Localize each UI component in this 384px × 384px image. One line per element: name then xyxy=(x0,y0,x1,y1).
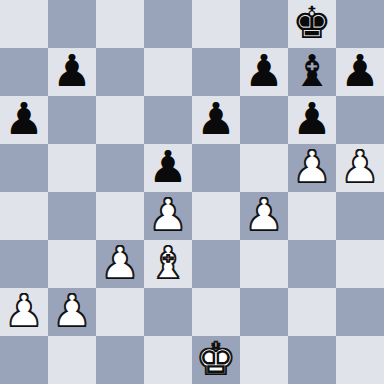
piece-white-pawn[interactable]: ♟ xyxy=(340,143,379,191)
square-c7[interactable] xyxy=(96,48,144,96)
square-e6[interactable]: ♟ xyxy=(192,96,240,144)
square-g4[interactable] xyxy=(288,192,336,240)
square-d5[interactable]: ♟ xyxy=(144,144,192,192)
square-e3[interactable] xyxy=(192,240,240,288)
piece-white-pawn[interactable]: ♟ xyxy=(100,239,139,287)
square-b3[interactable] xyxy=(48,240,96,288)
square-e4[interactable] xyxy=(192,192,240,240)
square-a3[interactable] xyxy=(0,240,48,288)
square-b2[interactable]: ♟ xyxy=(48,288,96,336)
square-d3[interactable]: ♝ xyxy=(144,240,192,288)
square-h4[interactable] xyxy=(336,192,384,240)
piece-black-pawn[interactable]: ♟ xyxy=(340,47,379,95)
square-h5[interactable]: ♟ xyxy=(336,144,384,192)
square-f4[interactable]: ♟ xyxy=(240,192,288,240)
piece-white-pawn[interactable]: ♟ xyxy=(292,143,331,191)
square-g6[interactable]: ♟ xyxy=(288,96,336,144)
square-f2[interactable] xyxy=(240,288,288,336)
square-e7[interactable] xyxy=(192,48,240,96)
square-e8[interactable] xyxy=(192,0,240,48)
square-a1[interactable] xyxy=(0,336,48,384)
square-c1[interactable] xyxy=(96,336,144,384)
piece-white-pawn[interactable]: ♟ xyxy=(4,287,43,335)
square-c2[interactable] xyxy=(96,288,144,336)
square-f5[interactable] xyxy=(240,144,288,192)
square-g8[interactable]: ♚ xyxy=(288,0,336,48)
square-b6[interactable] xyxy=(48,96,96,144)
square-h8[interactable] xyxy=(336,0,384,48)
square-d7[interactable] xyxy=(144,48,192,96)
square-g5[interactable]: ♟ xyxy=(288,144,336,192)
piece-black-pawn[interactable]: ♟ xyxy=(4,95,43,143)
piece-black-pawn[interactable]: ♟ xyxy=(52,47,91,95)
square-f8[interactable] xyxy=(240,0,288,48)
piece-white-pawn[interactable]: ♟ xyxy=(244,191,283,239)
square-h1[interactable] xyxy=(336,336,384,384)
square-a4[interactable] xyxy=(0,192,48,240)
piece-black-pawn[interactable]: ♟ xyxy=(292,95,331,143)
square-d2[interactable] xyxy=(144,288,192,336)
square-h6[interactable] xyxy=(336,96,384,144)
piece-white-pawn[interactable]: ♟ xyxy=(52,287,91,335)
square-f7[interactable]: ♟ xyxy=(240,48,288,96)
piece-black-pawn[interactable]: ♟ xyxy=(244,47,283,95)
square-b4[interactable] xyxy=(48,192,96,240)
square-d1[interactable] xyxy=(144,336,192,384)
square-h7[interactable]: ♟ xyxy=(336,48,384,96)
square-b8[interactable] xyxy=(48,0,96,48)
square-h2[interactable] xyxy=(336,288,384,336)
piece-white-pawn[interactable]: ♟ xyxy=(148,191,187,239)
square-g2[interactable] xyxy=(288,288,336,336)
square-c6[interactable] xyxy=(96,96,144,144)
square-e2[interactable] xyxy=(192,288,240,336)
square-c8[interactable] xyxy=(96,0,144,48)
square-b1[interactable] xyxy=(48,336,96,384)
square-e1[interactable]: ♚ xyxy=(192,336,240,384)
piece-black-pawn[interactable]: ♟ xyxy=(148,143,187,191)
square-d4[interactable]: ♟ xyxy=(144,192,192,240)
square-g3[interactable] xyxy=(288,240,336,288)
piece-white-king[interactable]: ♚ xyxy=(196,335,235,383)
square-c3[interactable]: ♟ xyxy=(96,240,144,288)
piece-white-bishop[interactable]: ♝ xyxy=(148,239,187,287)
square-d6[interactable] xyxy=(144,96,192,144)
square-g1[interactable] xyxy=(288,336,336,384)
square-b5[interactable] xyxy=(48,144,96,192)
square-a5[interactable] xyxy=(0,144,48,192)
square-a7[interactable] xyxy=(0,48,48,96)
square-e5[interactable] xyxy=(192,144,240,192)
chess-board: ♚♟♟♝♟♟♟♟♟♟♟♟♟♟♝♟♟♚ xyxy=(0,0,384,384)
square-a6[interactable]: ♟ xyxy=(0,96,48,144)
piece-black-pawn[interactable]: ♟ xyxy=(196,95,235,143)
square-a2[interactable]: ♟ xyxy=(0,288,48,336)
square-c5[interactable] xyxy=(96,144,144,192)
square-c4[interactable] xyxy=(96,192,144,240)
square-d8[interactable] xyxy=(144,0,192,48)
square-f6[interactable] xyxy=(240,96,288,144)
piece-black-bishop[interactable]: ♝ xyxy=(292,47,331,95)
square-f1[interactable] xyxy=(240,336,288,384)
square-f3[interactable] xyxy=(240,240,288,288)
square-h3[interactable] xyxy=(336,240,384,288)
piece-black-king[interactable]: ♚ xyxy=(292,0,331,47)
square-b7[interactable]: ♟ xyxy=(48,48,96,96)
square-g7[interactable]: ♝ xyxy=(288,48,336,96)
square-a8[interactable] xyxy=(0,0,48,48)
